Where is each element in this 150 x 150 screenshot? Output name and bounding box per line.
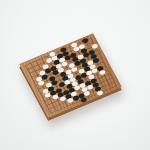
- go-board: ●●●●●●●●●●●●●●●●●●●●●●●●●●●●●●●●●●●●●●●●…: [19, 33, 122, 118]
- photo-background: ●●●●●●●●●●●●●●●●●●●●●●●●●●●●●●●●●●●●●●●●…: [0, 0, 150, 150]
- board-scene: ●●●●●●●●●●●●●●●●●●●●●●●●●●●●●●●●●●●●●●●●…: [0, 0, 150, 150]
